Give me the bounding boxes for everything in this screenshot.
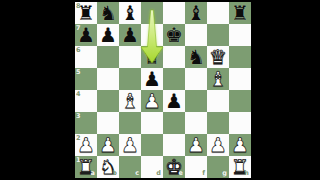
square-d7[interactable]	[141, 24, 163, 46]
square-a1[interactable]: 1a♜	[75, 156, 97, 178]
square-g1[interactable]: g	[207, 156, 229, 178]
file-label-b: b	[112, 170, 117, 177]
rank-label-2: 2	[76, 135, 81, 142]
square-c2[interactable]: ♟	[119, 134, 141, 156]
square-d3[interactable]	[141, 112, 163, 134]
square-b6[interactable]	[97, 46, 119, 68]
rank-label-3: 3	[76, 113, 81, 120]
square-g3[interactable]	[207, 112, 229, 134]
square-a8[interactable]: 8♜	[75, 2, 97, 24]
square-e5[interactable]	[163, 68, 185, 90]
rank-label-8: 8	[76, 3, 81, 10]
square-d6[interactable]: ♛	[141, 46, 163, 68]
square-d8[interactable]	[141, 2, 163, 24]
square-a5[interactable]: 5	[75, 68, 97, 90]
square-a7[interactable]: 7♟	[75, 24, 97, 46]
white-bishop-c4: ♝	[119, 90, 141, 112]
video-frame: 8♜♞♝♝♜7♟♟♟♚6♛♞♛5♟♝4♝♟♟32♟♟♟♟♟♟1a♜b♞cde♚f…	[0, 0, 320, 180]
square-g6[interactable]: ♛	[207, 46, 229, 68]
square-f6[interactable]: ♞	[185, 46, 207, 68]
square-b5[interactable]	[97, 68, 119, 90]
square-f8[interactable]: ♝	[185, 2, 207, 24]
square-h3[interactable]	[229, 112, 251, 134]
square-e1[interactable]: e♚	[163, 156, 185, 178]
square-h7[interactable]	[229, 24, 251, 46]
white-pawn-g2: ♟	[207, 134, 229, 156]
square-h2[interactable]: ♟	[229, 134, 251, 156]
file-label-c: c	[135, 170, 139, 177]
square-h8[interactable]: ♜	[229, 2, 251, 24]
file-label-d: d	[156, 170, 161, 177]
square-b1[interactable]: b♞	[97, 156, 119, 178]
square-e8[interactable]	[163, 2, 185, 24]
square-b2[interactable]: ♟	[97, 134, 119, 156]
square-g4[interactable]	[207, 90, 229, 112]
black-pawn-c7: ♟	[119, 24, 141, 46]
square-b4[interactable]	[97, 90, 119, 112]
file-label-h: h	[244, 170, 249, 177]
rank-label-5: 5	[76, 69, 81, 76]
square-c8[interactable]: ♝	[119, 2, 141, 24]
square-e2[interactable]	[163, 134, 185, 156]
square-f4[interactable]	[185, 90, 207, 112]
square-a3[interactable]: 3	[75, 112, 97, 134]
square-b7[interactable]: ♟	[97, 24, 119, 46]
square-c6[interactable]	[119, 46, 141, 68]
rank-label-1: 1	[76, 157, 81, 164]
square-e4[interactable]: ♟	[163, 90, 185, 112]
square-g2[interactable]: ♟	[207, 134, 229, 156]
square-d5[interactable]: ♟	[141, 68, 163, 90]
square-e7[interactable]: ♚	[163, 24, 185, 46]
square-c3[interactable]	[119, 112, 141, 134]
chess-board[interactable]: 8♜♞♝♝♜7♟♟♟♚6♛♞♛5♟♝4♝♟♟32♟♟♟♟♟♟1a♜b♞cde♚f…	[75, 2, 251, 178]
black-pawn-b7: ♟	[97, 24, 119, 46]
file-label-e: e	[179, 170, 183, 177]
square-g5[interactable]: ♝	[207, 68, 229, 90]
square-h6[interactable]	[229, 46, 251, 68]
black-pawn-d5: ♟	[141, 68, 163, 90]
square-g8[interactable]	[207, 2, 229, 24]
square-e3[interactable]	[163, 112, 185, 134]
square-f5[interactable]	[185, 68, 207, 90]
square-a2[interactable]: 2♟	[75, 134, 97, 156]
file-label-a: a	[91, 170, 95, 177]
black-knight-f6: ♞	[185, 46, 207, 68]
white-bishop-g5: ♝	[207, 68, 229, 90]
black-rook-h8: ♜	[229, 2, 251, 24]
square-g7[interactable]	[207, 24, 229, 46]
square-h5[interactable]	[229, 68, 251, 90]
black-bishop-f8: ♝	[185, 2, 207, 24]
black-pawn-e4: ♟	[163, 90, 185, 112]
square-a4[interactable]: 4	[75, 90, 97, 112]
square-f2[interactable]: ♟	[185, 134, 207, 156]
white-pawn-h2: ♟	[229, 134, 251, 156]
rank-label-6: 6	[76, 47, 81, 54]
rank-label-4: 4	[76, 91, 81, 98]
rank-label-7: 7	[76, 25, 81, 32]
black-bishop-c8: ♝	[119, 2, 141, 24]
white-pawn-d4: ♟	[141, 90, 163, 112]
white-pawn-b2: ♟	[97, 134, 119, 156]
square-f1[interactable]: f	[185, 156, 207, 178]
square-d1[interactable]: d	[141, 156, 163, 178]
square-b3[interactable]	[97, 112, 119, 134]
white-pawn-f2: ♟	[185, 134, 207, 156]
square-d4[interactable]: ♟	[141, 90, 163, 112]
black-king-e7: ♚	[163, 24, 185, 46]
file-label-f: f	[202, 170, 205, 177]
square-f3[interactable]	[185, 112, 207, 134]
square-d2[interactable]	[141, 134, 163, 156]
black-knight-b8: ♞	[97, 2, 119, 24]
square-a6[interactable]: 6	[75, 46, 97, 68]
square-c1[interactable]: c	[119, 156, 141, 178]
square-b8[interactable]: ♞	[97, 2, 119, 24]
square-c7[interactable]: ♟	[119, 24, 141, 46]
square-c5[interactable]	[119, 68, 141, 90]
square-h4[interactable]	[229, 90, 251, 112]
file-label-g: g	[222, 170, 227, 177]
square-c4[interactable]: ♝	[119, 90, 141, 112]
square-e6[interactable]	[163, 46, 185, 68]
black-queen-d6: ♛	[141, 46, 163, 68]
white-pawn-c2: ♟	[119, 134, 141, 156]
white-queen-g6: ♛	[207, 46, 229, 68]
square-f7[interactable]	[185, 24, 207, 46]
square-h1[interactable]: h♜	[229, 156, 251, 178]
